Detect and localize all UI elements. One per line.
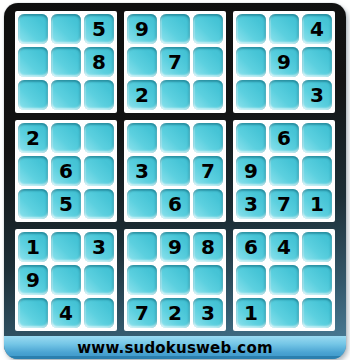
cell-r4c8[interactable]: 6 xyxy=(269,123,299,153)
cell-r8c8[interactable] xyxy=(269,265,299,295)
cell-r4c7[interactable] xyxy=(236,123,266,153)
box-2: 972 xyxy=(124,11,226,113)
box-4: 265 xyxy=(15,120,117,222)
cell-r1c2[interactable] xyxy=(51,14,81,44)
cell-r1c3[interactable]: 5 xyxy=(84,14,114,44)
cell-r8c4[interactable] xyxy=(127,265,157,295)
cell-r1c9[interactable]: 4 xyxy=(302,14,332,44)
cell-r5c1[interactable] xyxy=(18,156,48,186)
cell-r8c5[interactable] xyxy=(160,265,190,295)
cell-r3c1[interactable] xyxy=(18,80,48,110)
cell-r8c6[interactable] xyxy=(193,265,223,295)
cell-r4c6[interactable] xyxy=(193,123,223,153)
site-link[interactable]: www.sudokusweb.com xyxy=(77,339,272,357)
cell-r5c6[interactable]: 7 xyxy=(193,156,223,186)
cell-r6c8[interactable]: 7 xyxy=(269,189,299,219)
cell-r7c6[interactable]: 8 xyxy=(193,232,223,262)
cell-r2c3[interactable]: 8 xyxy=(84,47,114,77)
cell-r3c9[interactable]: 3 xyxy=(302,80,332,110)
cell-r5c3[interactable] xyxy=(84,156,114,186)
cell-r6c9[interactable]: 1 xyxy=(302,189,332,219)
cell-r2c8[interactable]: 9 xyxy=(269,47,299,77)
cell-r2c2[interactable] xyxy=(51,47,81,77)
cell-r3c8[interactable] xyxy=(269,80,299,110)
cell-r6c5[interactable]: 6 xyxy=(160,189,190,219)
cell-r6c4[interactable] xyxy=(127,189,157,219)
cell-r4c9[interactable] xyxy=(302,123,332,153)
cell-r5c8[interactable] xyxy=(269,156,299,186)
cell-r2c6[interactable] xyxy=(193,47,223,77)
box-5: 376 xyxy=(124,120,226,222)
cell-r8c9[interactable] xyxy=(302,265,332,295)
cell-r1c6[interactable] xyxy=(193,14,223,44)
cell-r9c8[interactable] xyxy=(269,298,299,328)
cell-r2c1[interactable] xyxy=(18,47,48,77)
cell-r9c3[interactable] xyxy=(84,298,114,328)
cell-r4c2[interactable] xyxy=(51,123,81,153)
cell-r7c7[interactable]: 6 xyxy=(236,232,266,262)
cell-r6c3[interactable] xyxy=(84,189,114,219)
box-3: 493 xyxy=(233,11,335,113)
box-8: 98723 xyxy=(124,229,226,331)
cell-r4c4[interactable] xyxy=(127,123,157,153)
cell-r7c3[interactable]: 3 xyxy=(84,232,114,262)
cell-r9c2[interactable]: 4 xyxy=(51,298,81,328)
cell-r5c5[interactable] xyxy=(160,156,190,186)
cell-r3c7[interactable] xyxy=(236,80,266,110)
cell-r2c7[interactable] xyxy=(236,47,266,77)
cell-r7c1[interactable]: 1 xyxy=(18,232,48,262)
box-9: 641 xyxy=(233,229,335,331)
cell-r7c9[interactable] xyxy=(302,232,332,262)
cell-r6c7[interactable]: 3 xyxy=(236,189,266,219)
box-6: 69371 xyxy=(233,120,335,222)
cell-r7c5[interactable]: 9 xyxy=(160,232,190,262)
cell-r1c4[interactable]: 9 xyxy=(127,14,157,44)
cell-r2c9[interactable] xyxy=(302,47,332,77)
cell-r3c6[interactable] xyxy=(193,80,223,110)
cell-r4c5[interactable] xyxy=(160,123,190,153)
cell-r3c5[interactable] xyxy=(160,80,190,110)
cell-r7c8[interactable]: 4 xyxy=(269,232,299,262)
box-1: 58 xyxy=(15,11,117,113)
cell-r9c5[interactable]: 2 xyxy=(160,298,190,328)
cell-r3c3[interactable] xyxy=(84,80,114,110)
cell-r2c5[interactable]: 7 xyxy=(160,47,190,77)
cell-r1c8[interactable] xyxy=(269,14,299,44)
cell-r9c1[interactable] xyxy=(18,298,48,328)
cell-r7c2[interactable] xyxy=(51,232,81,262)
cell-r3c2[interactable] xyxy=(51,80,81,110)
cell-r1c1[interactable] xyxy=(18,14,48,44)
cell-r6c1[interactable] xyxy=(18,189,48,219)
cell-r7c4[interactable] xyxy=(127,232,157,262)
cell-r5c9[interactable] xyxy=(302,156,332,186)
cell-r8c3[interactable] xyxy=(84,265,114,295)
footer-bar: www.sudokusweb.com xyxy=(4,336,346,359)
sudoku-board: 5897249326537669371139498723641 xyxy=(4,3,346,336)
cell-r1c7[interactable] xyxy=(236,14,266,44)
cell-r6c2[interactable]: 5 xyxy=(51,189,81,219)
cell-r8c1[interactable]: 9 xyxy=(18,265,48,295)
sudoku-card: 5897249326537669371139498723641 www.sudo… xyxy=(4,3,346,359)
cell-r3c4[interactable]: 2 xyxy=(127,80,157,110)
cell-r1c5[interactable] xyxy=(160,14,190,44)
box-7: 1394 xyxy=(15,229,117,331)
cell-r5c7[interactable]: 9 xyxy=(236,156,266,186)
cell-r9c9[interactable] xyxy=(302,298,332,328)
cell-r2c4[interactable] xyxy=(127,47,157,77)
cell-r5c4[interactable]: 3 xyxy=(127,156,157,186)
cell-r9c6[interactable]: 3 xyxy=(193,298,223,328)
cell-r6c6[interactable] xyxy=(193,189,223,219)
cell-r9c4[interactable]: 7 xyxy=(127,298,157,328)
cell-r5c2[interactable]: 6 xyxy=(51,156,81,186)
cell-r9c7[interactable]: 1 xyxy=(236,298,266,328)
cell-r8c7[interactable] xyxy=(236,265,266,295)
cell-r8c2[interactable] xyxy=(51,265,81,295)
cell-r4c1[interactable]: 2 xyxy=(18,123,48,153)
cell-r4c3[interactable] xyxy=(84,123,114,153)
